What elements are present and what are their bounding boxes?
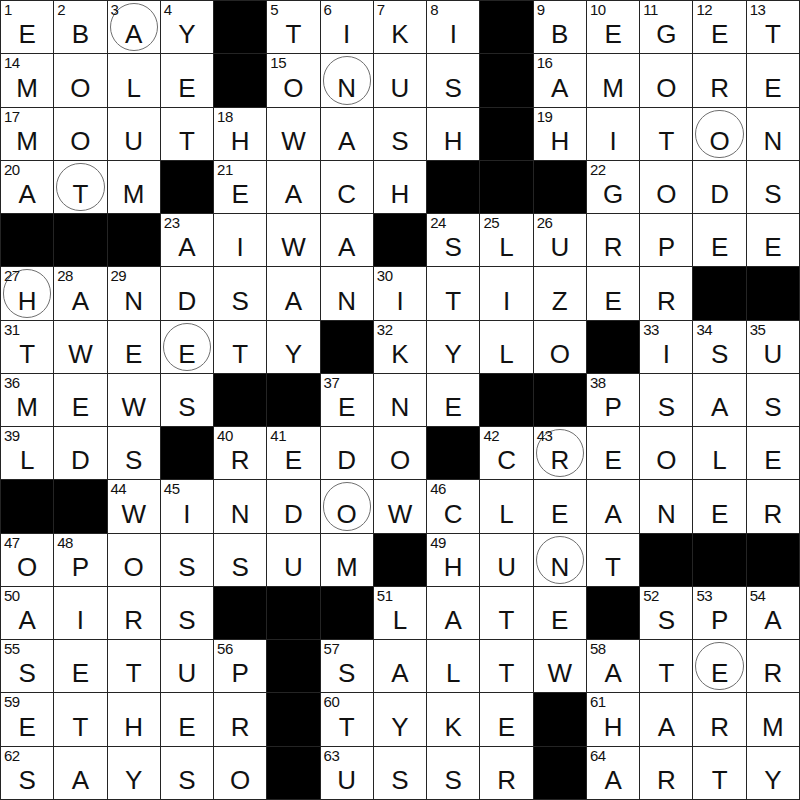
cell-r3c4[interactable]: T xyxy=(161,108,213,160)
black-cell-r9c9 xyxy=(427,427,479,479)
cell-r15c15[interactable]: Y xyxy=(747,747,799,799)
cell-letter: W xyxy=(108,394,160,420)
cell-r14c1[interactable]: 59E xyxy=(1,693,53,745)
cell-letter: P xyxy=(640,234,692,260)
cell-letter: I xyxy=(214,234,266,260)
cell-number: 63 xyxy=(324,748,340,764)
cell-r6c10[interactable]: I xyxy=(480,267,532,319)
black-cell-r12c5 xyxy=(214,587,266,639)
cell-r1c3[interactable]: 3A xyxy=(108,1,160,53)
cell-r8c12[interactable]: 38P xyxy=(587,374,639,426)
cell-r2c12[interactable]: M xyxy=(587,54,639,106)
cell-letter: A xyxy=(747,607,799,633)
cell-letter: H xyxy=(108,714,160,740)
cell-r12c15[interactable]: 54A xyxy=(747,587,799,639)
black-cell-r6c15 xyxy=(747,267,799,319)
cell-letter: D xyxy=(693,181,745,207)
black-cell-r5c1 xyxy=(1,214,53,266)
cell-r7c3[interactable]: E xyxy=(108,321,160,373)
cell-r6c1[interactable]: 27H xyxy=(1,267,53,319)
cell-letter: K xyxy=(374,341,426,367)
cell-r12c11[interactable]: E xyxy=(534,587,586,639)
cell-r6c11[interactable]: Z xyxy=(534,267,586,319)
cell-r9c8[interactable]: O xyxy=(374,427,426,479)
cell-letter: A xyxy=(587,501,639,527)
cell-r15c14[interactable]: T xyxy=(693,747,745,799)
cell-letter: O xyxy=(1,554,53,580)
cell-r10c15[interactable]: R xyxy=(747,480,799,532)
cell-number: 44 xyxy=(111,481,127,497)
cell-r7c14[interactable]: 34S xyxy=(693,321,745,373)
cell-r11c11[interactable]: N xyxy=(534,534,586,586)
cell-r4c14[interactable]: D xyxy=(693,161,745,213)
cell-r7c4[interactable]: E xyxy=(161,321,213,373)
cell-r2c4[interactable]: E xyxy=(161,54,213,106)
cell-r10c10[interactable]: L xyxy=(480,480,532,532)
cell-r14c7[interactable]: 60T xyxy=(321,693,373,745)
cell-r15c5[interactable]: O xyxy=(214,747,266,799)
cell-r5c5[interactable]: I xyxy=(214,214,266,266)
cell-r10c7[interactable]: O xyxy=(321,480,373,532)
cell-r1c8[interactable]: 7K xyxy=(374,1,426,53)
cell-r10c14[interactable]: E xyxy=(693,480,745,532)
cell-r2c7[interactable]: N xyxy=(321,54,373,106)
cell-r13c9[interactable]: L xyxy=(427,640,479,692)
cell-r8c15[interactable]: S xyxy=(747,374,799,426)
cell-r9c10[interactable]: 42C xyxy=(480,427,532,479)
cell-letter: C xyxy=(480,447,532,473)
cell-r2c9[interactable]: S xyxy=(427,54,479,106)
cell-r5c4[interactable]: 23A xyxy=(161,214,213,266)
cell-r8c4[interactable]: S xyxy=(161,374,213,426)
black-cell-r4c9 xyxy=(427,161,479,213)
cell-letter: N xyxy=(321,75,373,101)
cell-letter: W xyxy=(267,128,319,154)
cell-letter: T xyxy=(321,714,373,740)
cell-r13c15[interactable]: R xyxy=(747,640,799,692)
cell-r4c8[interactable]: H xyxy=(374,161,426,213)
cell-r3c8[interactable]: S xyxy=(374,108,426,160)
cell-r7c10[interactable]: L xyxy=(480,321,532,373)
cell-r6c3[interactable]: 29N xyxy=(108,267,160,319)
cell-r13c2[interactable]: E xyxy=(54,640,106,692)
cell-letter: I xyxy=(161,501,213,527)
cell-r9c12[interactable]: E xyxy=(587,427,639,479)
cell-r13c14[interactable]: E xyxy=(693,640,745,692)
cell-letter: T xyxy=(640,660,692,686)
cell-r10c12[interactable]: A xyxy=(587,480,639,532)
cell-letter: E xyxy=(747,234,799,260)
cell-r6c9[interactable]: T xyxy=(427,267,479,319)
cell-r11c7[interactable]: M xyxy=(321,534,373,586)
cell-r8c1[interactable]: 36M xyxy=(1,374,53,426)
cell-r3c6[interactable]: W xyxy=(267,108,319,160)
cell-number: 36 xyxy=(4,375,20,391)
cell-r7c13[interactable]: 33I xyxy=(640,321,692,373)
cell-r1c7[interactable]: 6I xyxy=(321,1,373,53)
cell-letter: E xyxy=(480,714,532,740)
cell-r15c3[interactable]: Y xyxy=(108,747,160,799)
cell-r13c10[interactable]: T xyxy=(480,640,532,692)
cell-letter: A xyxy=(693,394,745,420)
cell-r9c2[interactable]: D xyxy=(54,427,106,479)
cell-r12c9[interactable]: A xyxy=(427,587,479,639)
cell-letter: R xyxy=(747,660,799,686)
cell-letter: U xyxy=(267,554,319,580)
cell-r15c2[interactable]: A xyxy=(54,747,106,799)
cell-r2c15[interactable]: E xyxy=(747,54,799,106)
cell-letter: U xyxy=(534,234,586,260)
cell-r11c9[interactable]: 49H xyxy=(427,534,479,586)
cell-r3c3[interactable]: U xyxy=(108,108,160,160)
cell-r2c13[interactable]: O xyxy=(640,54,692,106)
cell-r8c3[interactable]: W xyxy=(108,374,160,426)
cell-r3c15[interactable]: N xyxy=(747,108,799,160)
cell-letter: S xyxy=(427,767,479,793)
cell-r13c8[interactable]: A xyxy=(374,640,426,692)
cell-r6c13[interactable]: R xyxy=(640,267,692,319)
cell-r4c7[interactable]: C xyxy=(321,161,373,213)
cell-letter: P xyxy=(214,660,266,686)
cell-r2c1[interactable]: 14M xyxy=(1,54,53,106)
cell-r1c12[interactable]: 10E xyxy=(587,1,639,53)
cell-letter: U xyxy=(108,128,160,154)
cell-r11c12[interactable]: T xyxy=(587,534,639,586)
cell-r5c10[interactable]: 25L xyxy=(480,214,532,266)
cell-r7c2[interactable]: W xyxy=(54,321,106,373)
cell-letter: T xyxy=(640,128,692,154)
cell-r5c15[interactable]: E xyxy=(747,214,799,266)
cell-r8c14[interactable]: A xyxy=(693,374,745,426)
cell-r11c1[interactable]: 47O xyxy=(1,534,53,586)
cell-r10c4[interactable]: 45I xyxy=(161,480,213,532)
cell-r10c3[interactable]: 44W xyxy=(108,480,160,532)
cell-r3c11[interactable]: 19H xyxy=(534,108,586,160)
black-cell-r2c10 xyxy=(480,54,532,106)
cell-letter: S xyxy=(427,75,479,101)
cell-r12c14[interactable]: 53P xyxy=(693,587,745,639)
cell-r9c15[interactable]: E xyxy=(747,427,799,479)
cell-letter: H xyxy=(534,128,586,154)
cell-r14c12[interactable]: 61H xyxy=(587,693,639,745)
cell-r9c14[interactable]: L xyxy=(693,427,745,479)
cell-letter: A xyxy=(640,714,692,740)
cell-letter: S xyxy=(161,607,213,633)
cell-r8c2[interactable]: E xyxy=(54,374,106,426)
cell-r14c4[interactable]: E xyxy=(161,693,213,745)
cell-r14c10[interactable]: E xyxy=(480,693,532,745)
cell-letter: S xyxy=(1,660,53,686)
cell-r3c7[interactable]: A xyxy=(321,108,373,160)
cell-r10c5[interactable]: N xyxy=(214,480,266,532)
cell-letter: E xyxy=(693,21,745,47)
cell-r15c13[interactable]: R xyxy=(640,747,692,799)
cell-r11c5[interactable]: S xyxy=(214,534,266,586)
cell-r7c11[interactable]: O xyxy=(534,321,586,373)
cell-number: 14 xyxy=(4,55,20,71)
cell-number: 17 xyxy=(4,109,20,125)
cell-r5c14[interactable]: E xyxy=(693,214,745,266)
cell-r15c8[interactable]: S xyxy=(374,747,426,799)
cell-r7c8[interactable]: 32K xyxy=(374,321,426,373)
cell-r6c6[interactable]: A xyxy=(267,267,319,319)
cell-number: 62 xyxy=(4,748,20,764)
cell-r2c14[interactable]: R xyxy=(693,54,745,106)
cell-r9c1[interactable]: 39L xyxy=(1,427,53,479)
cell-r7c5[interactable]: T xyxy=(214,321,266,373)
cell-letter: T xyxy=(267,21,319,47)
cell-r10c9[interactable]: 46C xyxy=(427,480,479,532)
cell-r2c11[interactable]: 16A xyxy=(534,54,586,106)
cell-r9c5[interactable]: 40R xyxy=(214,427,266,479)
cell-letter: L xyxy=(480,341,532,367)
cell-letter: E xyxy=(321,394,373,420)
cell-r12c3[interactable]: R xyxy=(108,587,160,639)
cell-letter: T xyxy=(1,341,53,367)
cell-letter: T xyxy=(480,660,532,686)
cell-r3c9[interactable]: H xyxy=(427,108,479,160)
cell-r6c8[interactable]: 30I xyxy=(374,267,426,319)
cell-letter: G xyxy=(587,181,639,207)
cell-r15c12[interactable]: 64A xyxy=(587,747,639,799)
cell-r7c1[interactable]: 31T xyxy=(1,321,53,373)
cell-r1c13[interactable]: 11G xyxy=(640,1,692,53)
black-cell-r1c10 xyxy=(480,1,532,53)
cell-letter: U xyxy=(747,341,799,367)
cell-number: 33 xyxy=(643,322,659,338)
cell-r10c11[interactable]: E xyxy=(534,480,586,532)
cell-r6c7[interactable]: N xyxy=(321,267,373,319)
cell-r11c6[interactable]: U xyxy=(267,534,319,586)
cell-r5c11[interactable]: 26U xyxy=(534,214,586,266)
cell-r6c5[interactable]: S xyxy=(214,267,266,319)
cell-number: 13 xyxy=(750,2,766,18)
cell-letter: O xyxy=(267,75,319,101)
cell-r1c15[interactable]: 13T xyxy=(747,1,799,53)
cell-r14c3[interactable]: H xyxy=(108,693,160,745)
cell-r13c7[interactable]: 57S xyxy=(321,640,373,692)
cell-r1c2[interactable]: 2B xyxy=(54,1,106,53)
cell-letter: W xyxy=(108,501,160,527)
cell-r11c10[interactable]: U xyxy=(480,534,532,586)
black-cell-r15c6 xyxy=(267,747,319,799)
cell-letter: H xyxy=(214,128,266,154)
cell-letter: E xyxy=(693,501,745,527)
cell-r5c9[interactable]: 24S xyxy=(427,214,479,266)
cell-letter: I xyxy=(54,607,106,633)
cell-r14c14[interactable]: R xyxy=(693,693,745,745)
cell-r13c11[interactable]: W xyxy=(534,640,586,692)
cell-r12c2[interactable]: I xyxy=(54,587,106,639)
cell-letter: E xyxy=(267,447,319,473)
cell-r15c9[interactable]: S xyxy=(427,747,479,799)
cell-r4c15[interactable]: S xyxy=(747,161,799,213)
cell-r4c2[interactable]: T xyxy=(54,161,106,213)
cell-number: 55 xyxy=(4,641,20,657)
cell-r13c4[interactable]: U xyxy=(161,640,213,692)
cell-r3c14[interactable]: O xyxy=(693,108,745,160)
cell-letter: T xyxy=(480,607,532,633)
cell-letter: T xyxy=(54,181,106,207)
cell-letter: Y xyxy=(267,341,319,367)
cell-r4c5[interactable]: 21E xyxy=(214,161,266,213)
cell-letter: S xyxy=(161,394,213,420)
cell-letter: I xyxy=(427,21,479,47)
cell-r4c12[interactable]: 22G xyxy=(587,161,639,213)
cell-r1c1[interactable]: 1E xyxy=(1,1,53,53)
black-cell-r7c12 xyxy=(587,321,639,373)
cell-r6c2[interactable]: 28A xyxy=(54,267,106,319)
cell-letter: N xyxy=(534,554,586,580)
cell-r12c4[interactable]: S xyxy=(161,587,213,639)
cell-r4c13[interactable]: O xyxy=(640,161,692,213)
cell-letter: E xyxy=(1,714,53,740)
cell-number: 25 xyxy=(483,215,499,231)
black-cell-r8c10 xyxy=(480,374,532,426)
cell-letter: E xyxy=(427,394,479,420)
cell-r2c8[interactable]: U xyxy=(374,54,426,106)
cell-r10c8[interactable]: W xyxy=(374,480,426,532)
cell-letter: A xyxy=(374,660,426,686)
cell-letter: S xyxy=(321,660,373,686)
cell-r1c4[interactable]: 4Y xyxy=(161,1,213,53)
cell-r10c6[interactable]: D xyxy=(267,480,319,532)
cell-r8c8[interactable]: N xyxy=(374,374,426,426)
cell-r13c12[interactable]: 58A xyxy=(587,640,639,692)
cell-r14c2[interactable]: T xyxy=(54,693,106,745)
cell-number: 45 xyxy=(164,481,180,497)
cell-r1c6[interactable]: 5T xyxy=(267,1,319,53)
black-cell-r11c8 xyxy=(374,534,426,586)
cell-r5c7[interactable]: A xyxy=(321,214,373,266)
cell-r12c13[interactable]: 52S xyxy=(640,587,692,639)
cell-r11c4[interactable]: S xyxy=(161,534,213,586)
cell-r8c9[interactable]: E xyxy=(427,374,479,426)
cell-number: 29 xyxy=(111,268,127,284)
cell-r2c6[interactable]: 15O xyxy=(267,54,319,106)
black-cell-r11c15 xyxy=(747,534,799,586)
cell-r9c13[interactable]: O xyxy=(640,427,692,479)
cell-letter: A xyxy=(161,234,213,260)
cell-number: 47 xyxy=(4,535,20,551)
cell-r15c4[interactable]: S xyxy=(161,747,213,799)
cell-r11c3[interactable]: O xyxy=(108,534,160,586)
cell-r8c13[interactable]: S xyxy=(640,374,692,426)
cell-letter: S xyxy=(214,554,266,580)
cell-r1c14[interactable]: 12E xyxy=(693,1,745,53)
cell-letter: I xyxy=(587,128,639,154)
cell-r7c6[interactable]: Y xyxy=(267,321,319,373)
cell-letter: K xyxy=(427,714,479,740)
cell-r15c1[interactable]: 62S xyxy=(1,747,53,799)
black-cell-r15c11 xyxy=(534,747,586,799)
cell-letter: H xyxy=(427,128,479,154)
cell-r14c15[interactable]: M xyxy=(747,693,799,745)
cell-r14c9[interactable]: K xyxy=(427,693,479,745)
cell-r4c3[interactable]: M xyxy=(108,161,160,213)
cell-letter: A xyxy=(1,181,53,207)
cell-r11c2[interactable]: 48P xyxy=(54,534,106,586)
black-cell-r4c11 xyxy=(534,161,586,213)
black-cell-r5c3 xyxy=(108,214,160,266)
cell-r15c10[interactable]: R xyxy=(480,747,532,799)
cell-number: 35 xyxy=(750,322,766,338)
cell-r3c2[interactable]: O xyxy=(54,108,106,160)
cell-letter: O xyxy=(54,75,106,101)
cell-letter: R xyxy=(693,75,745,101)
cell-r9c7[interactable]: D xyxy=(321,427,373,479)
cell-r5c13[interactable]: P xyxy=(640,214,692,266)
cell-letter: R xyxy=(747,501,799,527)
cell-number: 6 xyxy=(324,2,332,18)
cell-r12c1[interactable]: 50A xyxy=(1,587,53,639)
cell-r2c2[interactable]: O xyxy=(54,54,106,106)
cell-letter: M xyxy=(108,181,160,207)
cell-letter: S xyxy=(640,607,692,633)
cell-r8c7[interactable]: 37E xyxy=(321,374,373,426)
cell-r4c1[interactable]: 20A xyxy=(1,161,53,213)
cell-r13c1[interactable]: 55S xyxy=(1,640,53,692)
cell-letter: H xyxy=(427,554,479,580)
cell-number: 34 xyxy=(696,322,712,338)
cell-number: 42 xyxy=(483,428,499,444)
cell-r13c13[interactable]: T xyxy=(640,640,692,692)
cell-r3c1[interactable]: 17M xyxy=(1,108,53,160)
cell-letter: E xyxy=(693,234,745,260)
cell-r14c13[interactable]: A xyxy=(640,693,692,745)
cell-r6c12[interactable]: E xyxy=(587,267,639,319)
cell-letter: N xyxy=(640,501,692,527)
cell-r10c13[interactable]: N xyxy=(640,480,692,532)
cell-letter: W xyxy=(54,341,106,367)
cell-r7c15[interactable]: 35U xyxy=(747,321,799,373)
cell-r7c9[interactable]: Y xyxy=(427,321,479,373)
cell-letter: M xyxy=(1,75,53,101)
cell-r14c5[interactable]: R xyxy=(214,693,266,745)
cell-r3c12[interactable]: I xyxy=(587,108,639,160)
cell-r1c11[interactable]: 9B xyxy=(534,1,586,53)
cell-number: 46 xyxy=(430,481,446,497)
cell-number: 52 xyxy=(643,588,659,604)
cell-r12c8[interactable]: 51L xyxy=(374,587,426,639)
cell-r9c11[interactable]: 43R xyxy=(534,427,586,479)
cell-r2c3[interactable]: L xyxy=(108,54,160,106)
cell-r13c5[interactable]: 56P xyxy=(214,640,266,692)
cell-r14c8[interactable]: Y xyxy=(374,693,426,745)
cell-letter: Z xyxy=(534,288,586,314)
cell-r3c5[interactable]: 18H xyxy=(214,108,266,160)
cell-r5c6[interactable]: W xyxy=(267,214,319,266)
cell-r5c12[interactable]: R xyxy=(587,214,639,266)
cell-letter: C xyxy=(427,501,479,527)
cell-letter: L xyxy=(1,447,53,473)
cell-r3c13[interactable]: T xyxy=(640,108,692,160)
cell-r12c10[interactable]: T xyxy=(480,587,532,639)
cell-r13c3[interactable]: T xyxy=(108,640,160,692)
cell-r9c6[interactable]: 41E xyxy=(267,427,319,479)
cell-letter: E xyxy=(587,21,639,47)
cell-letter: U xyxy=(374,75,426,101)
cell-letter: E xyxy=(161,341,213,367)
cell-letter: D xyxy=(54,447,106,473)
cell-r4c6[interactable]: A xyxy=(267,161,319,213)
cell-r1c9[interactable]: 8I xyxy=(427,1,479,53)
cell-r6c4[interactable]: D xyxy=(161,267,213,319)
cell-letter: K xyxy=(374,21,426,47)
cell-r9c3[interactable]: S xyxy=(108,427,160,479)
cell-letter: H xyxy=(374,181,426,207)
cell-r15c7[interactable]: 63U xyxy=(321,747,373,799)
